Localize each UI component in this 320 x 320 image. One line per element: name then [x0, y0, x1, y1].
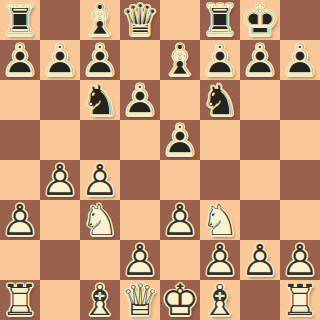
white-bishop-outline: ♗: [200, 280, 240, 320]
square-b8[interactable]: [40, 0, 80, 40]
square-f1[interactable]: ♝♗: [200, 280, 240, 320]
square-d7[interactable]: [120, 40, 160, 80]
square-c2[interactable]: [80, 240, 120, 280]
white-rook-outline: ♖: [280, 280, 320, 320]
white-rook-outline: ♖: [0, 280, 40, 320]
piece-white-queen[interactable]: ♛♕: [120, 280, 160, 320]
white-bishop-outline: ♗: [80, 280, 120, 320]
piece-black-queen[interactable]: ♛♕: [120, 0, 160, 40]
square-d3[interactable]: [120, 200, 160, 240]
piece-black-knight[interactable]: ♞♘: [80, 80, 120, 120]
piece-white-rook[interactable]: ♜♖: [0, 280, 40, 320]
square-b6[interactable]: [40, 80, 80, 120]
square-h5[interactable]: [280, 120, 320, 160]
piece-white-pawn[interactable]: ♟♙: [120, 240, 160, 280]
white-pawn-outline: ♙: [0, 200, 40, 240]
square-d2[interactable]: ♟♙: [120, 240, 160, 280]
piece-black-rook[interactable]: ♜♖: [200, 0, 240, 40]
square-a7[interactable]: ♟♙: [0, 40, 40, 80]
white-knight-outline: ♘: [80, 200, 120, 240]
piece-black-bishop[interactable]: ♝♗: [160, 40, 200, 80]
piece-black-pawn[interactable]: ♟♙: [0, 40, 40, 80]
square-c5[interactable]: [80, 120, 120, 160]
square-h8[interactable]: [280, 0, 320, 40]
square-b7[interactable]: ♟♙: [40, 40, 80, 80]
square-f5[interactable]: [200, 120, 240, 160]
square-g8[interactable]: ♚♔: [240, 0, 280, 40]
black-knight-outline: ♘: [80, 80, 120, 120]
white-pawn-outline: ♙: [160, 200, 200, 240]
black-pawn-outline: ♙: [0, 40, 40, 80]
piece-black-pawn[interactable]: ♟♙: [40, 40, 80, 80]
white-pawn-outline: ♙: [240, 240, 280, 280]
piece-white-pawn[interactable]: ♟♙: [80, 160, 120, 200]
square-e8[interactable]: [160, 0, 200, 40]
square-f2[interactable]: ♟♙: [200, 240, 240, 280]
piece-black-pawn[interactable]: ♟♙: [200, 40, 240, 80]
white-pawn-outline: ♙: [80, 160, 120, 200]
piece-white-bishop[interactable]: ♝♗: [200, 280, 240, 320]
square-a1[interactable]: ♜♖: [0, 280, 40, 320]
square-a4[interactable]: [0, 160, 40, 200]
square-e6[interactable]: [160, 80, 200, 120]
square-g5[interactable]: [240, 120, 280, 160]
white-pawn-outline: ♙: [120, 240, 160, 280]
square-g1[interactable]: [240, 280, 280, 320]
square-d4[interactable]: [120, 160, 160, 200]
chess-board: ♜♖♝♗♛♕♜♖♚♔♟♙♟♙♟♙♝♗♟♙♟♙♟♙♞♘♟♙♞♘♟♙♟♙♟♙♟♙♞♘…: [0, 0, 320, 320]
square-g2[interactable]: ♟♙: [240, 240, 280, 280]
piece-black-bishop[interactable]: ♝♗: [80, 0, 120, 40]
square-c3[interactable]: ♞♘: [80, 200, 120, 240]
black-pawn-outline: ♙: [40, 40, 80, 80]
square-e1[interactable]: ♚♔: [160, 280, 200, 320]
square-d6[interactable]: ♟♙: [120, 80, 160, 120]
piece-white-pawn[interactable]: ♟♙: [0, 200, 40, 240]
piece-black-knight[interactable]: ♞♘: [200, 80, 240, 120]
square-e3[interactable]: ♟♙: [160, 200, 200, 240]
square-a6[interactable]: [0, 80, 40, 120]
piece-white-pawn[interactable]: ♟♙: [200, 240, 240, 280]
piece-white-knight[interactable]: ♞♘: [80, 200, 120, 240]
square-f4[interactable]: [200, 160, 240, 200]
square-g4[interactable]: [240, 160, 280, 200]
white-king-outline: ♔: [160, 280, 200, 320]
square-f3[interactable]: ♞♘: [200, 200, 240, 240]
black-pawn-outline: ♙: [200, 40, 240, 80]
piece-black-king[interactable]: ♚♔: [240, 0, 280, 40]
white-queen-outline: ♕: [120, 280, 160, 320]
white-knight-outline: ♘: [200, 200, 240, 240]
square-h7[interactable]: ♟♙: [280, 40, 320, 80]
black-bishop-outline: ♗: [80, 0, 120, 40]
square-a5[interactable]: [0, 120, 40, 160]
square-f7[interactable]: ♟♙: [200, 40, 240, 80]
piece-black-pawn[interactable]: ♟♙: [120, 80, 160, 120]
black-bishop-outline: ♗: [160, 40, 200, 80]
piece-white-rook[interactable]: ♜♖: [280, 280, 320, 320]
black-rook-outline: ♖: [0, 0, 40, 40]
piece-white-pawn[interactable]: ♟♙: [40, 160, 80, 200]
square-d1[interactable]: ♛♕: [120, 280, 160, 320]
square-g3[interactable]: [240, 200, 280, 240]
black-pawn-outline: ♙: [160, 120, 200, 160]
square-h4[interactable]: [280, 160, 320, 200]
square-e5[interactable]: ♟♙: [160, 120, 200, 160]
white-pawn-outline: ♙: [200, 240, 240, 280]
square-h6[interactable]: [280, 80, 320, 120]
square-e7[interactable]: ♝♗: [160, 40, 200, 80]
piece-black-pawn[interactable]: ♟♙: [80, 40, 120, 80]
black-pawn-outline: ♙: [240, 40, 280, 80]
square-h1[interactable]: ♜♖: [280, 280, 320, 320]
white-pawn-outline: ♙: [280, 240, 320, 280]
piece-white-knight[interactable]: ♞♘: [200, 200, 240, 240]
square-f6[interactable]: ♞♘: [200, 80, 240, 120]
square-h3[interactable]: [280, 200, 320, 240]
piece-white-pawn[interactable]: ♟♙: [160, 200, 200, 240]
square-d5[interactable]: [120, 120, 160, 160]
square-c7[interactable]: ♟♙: [80, 40, 120, 80]
white-pawn-outline: ♙: [40, 160, 80, 200]
square-g6[interactable]: [240, 80, 280, 120]
square-f8[interactable]: ♜♖: [200, 0, 240, 40]
square-b4[interactable]: ♟♙: [40, 160, 80, 200]
square-c8[interactable]: ♝♗: [80, 0, 120, 40]
piece-black-pawn[interactable]: ♟♙: [160, 120, 200, 160]
square-h2[interactable]: ♟♙: [280, 240, 320, 280]
piece-black-rook[interactable]: ♜♖: [0, 0, 40, 40]
square-e2[interactable]: [160, 240, 200, 280]
square-a3[interactable]: ♟♙: [0, 200, 40, 240]
black-king-outline: ♔: [240, 0, 280, 40]
square-a2[interactable]: [0, 240, 40, 280]
square-c1[interactable]: ♝♗: [80, 280, 120, 320]
black-rook-outline: ♖: [200, 0, 240, 40]
square-b5[interactable]: [40, 120, 80, 160]
square-b3[interactable]: [40, 200, 80, 240]
square-c4[interactable]: ♟♙: [80, 160, 120, 200]
square-e4[interactable]: [160, 160, 200, 200]
black-pawn-outline: ♙: [80, 40, 120, 80]
piece-white-pawn[interactable]: ♟♙: [280, 240, 320, 280]
square-b2[interactable]: [40, 240, 80, 280]
black-pawn-outline: ♙: [280, 40, 320, 80]
black-queen-outline: ♕: [120, 0, 160, 40]
square-d8[interactable]: ♛♕: [120, 0, 160, 40]
piece-black-pawn[interactable]: ♟♙: [280, 40, 320, 80]
square-a8[interactable]: ♜♖: [0, 0, 40, 40]
piece-white-king[interactable]: ♚♔: [160, 280, 200, 320]
piece-white-pawn[interactable]: ♟♙: [240, 240, 280, 280]
piece-black-pawn[interactable]: ♟♙: [240, 40, 280, 80]
black-knight-outline: ♘: [200, 80, 240, 120]
square-b1[interactable]: [40, 280, 80, 320]
square-c6[interactable]: ♞♘: [80, 80, 120, 120]
square-g7[interactable]: ♟♙: [240, 40, 280, 80]
black-pawn-outline: ♙: [120, 80, 160, 120]
piece-white-bishop[interactable]: ♝♗: [80, 280, 120, 320]
